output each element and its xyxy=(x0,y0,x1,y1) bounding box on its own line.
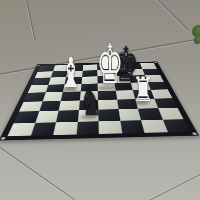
square-c1 xyxy=(53,121,77,135)
square-c2 xyxy=(56,110,78,122)
square-b1 xyxy=(30,122,56,136)
square-h2 xyxy=(158,108,184,120)
square-e3 xyxy=(98,99,118,109)
chess-board xyxy=(7,63,190,136)
square-d2 xyxy=(77,110,98,122)
mat-tilt-wrapper xyxy=(0,0,200,200)
grommet xyxy=(1,137,6,140)
grommet xyxy=(154,62,157,63)
square-e2 xyxy=(98,109,119,121)
square-b2 xyxy=(35,111,59,123)
outdoor-chess-photo: ♝♚♚♞♜ xyxy=(0,0,200,200)
square-d3 xyxy=(78,100,98,110)
chess-mat xyxy=(0,61,199,140)
square-e1 xyxy=(99,120,122,134)
square-d1 xyxy=(76,121,99,135)
grommet xyxy=(192,132,197,135)
square-c3 xyxy=(59,100,80,110)
square-h3 xyxy=(154,98,178,108)
square-b3 xyxy=(39,101,61,111)
square-h1 xyxy=(162,119,190,132)
